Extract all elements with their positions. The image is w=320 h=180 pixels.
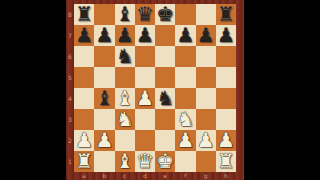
- square-a8: ♜: [74, 4, 94, 25]
- square-a3: [74, 109, 94, 130]
- square-e3: [155, 109, 175, 130]
- file-coordinates: abcdefgh: [74, 171, 236, 180]
- square-g4: [196, 88, 216, 109]
- square-d2: [135, 130, 155, 151]
- file-label-h: h: [216, 171, 236, 180]
- square-h5: [216, 67, 236, 88]
- rank-label-2: 2: [66, 130, 74, 151]
- square-d6: [135, 46, 155, 67]
- square-b2: ♟: [94, 130, 114, 151]
- square-c5: [115, 67, 135, 88]
- square-h8: ♜: [216, 4, 236, 25]
- square-c3: ♞: [115, 109, 135, 130]
- square-e6: [155, 46, 175, 67]
- square-b6: [94, 46, 114, 67]
- white-pawn-g2: ♟: [196, 130, 216, 151]
- black-rook-h8: ♜: [216, 4, 236, 25]
- black-bishop-b4: ♝: [94, 88, 114, 109]
- square-g3: [196, 109, 216, 130]
- black-pawn-d7: ♟: [135, 25, 155, 46]
- square-b7: ♟: [94, 25, 114, 46]
- black-pawn-b7: ♟: [94, 25, 114, 46]
- square-h3: [216, 109, 236, 130]
- square-g2: ♟: [196, 130, 216, 151]
- white-bishop-c4: ♝: [115, 88, 135, 109]
- file-label-f: f: [175, 171, 195, 180]
- square-f6: [175, 46, 195, 67]
- square-h7: ♟: [216, 25, 236, 46]
- white-pawn-h2: ♟: [216, 130, 236, 151]
- square-e7: [155, 25, 175, 46]
- square-d3: [135, 109, 155, 130]
- white-knight-c3: ♞: [115, 109, 135, 130]
- square-b8: [94, 4, 114, 25]
- square-b3: [94, 109, 114, 130]
- square-b1: [94, 151, 114, 172]
- square-b4: ♝: [94, 88, 114, 109]
- black-knight-c6: ♞: [115, 46, 135, 67]
- square-a1: ♜: [74, 151, 94, 172]
- square-c8: ♝: [115, 4, 135, 25]
- white-bishop-c1: ♝: [115, 151, 135, 172]
- square-d7: ♟: [135, 25, 155, 46]
- white-knight-f3: ♞: [175, 109, 195, 130]
- square-g5: [196, 67, 216, 88]
- square-h1: ♜: [216, 151, 236, 172]
- square-h4: [216, 88, 236, 109]
- rank-label-5: 5: [66, 67, 74, 88]
- square-f2: ♟: [175, 130, 195, 151]
- white-pawn-a2: ♟: [74, 130, 94, 151]
- square-a4: [74, 88, 94, 109]
- black-king-e8: ♚: [155, 4, 175, 25]
- black-pawn-h7: ♟: [216, 25, 236, 46]
- rank-label-6: 6: [66, 46, 74, 67]
- file-label-a: a: [74, 171, 94, 180]
- white-rook-h1: ♜: [216, 151, 236, 172]
- chess-board-frame: 87654321 ♜♝♛♚♜♟♟♟♟♟♟♟♞♝♝♟♞♞♞♟♟♟♟♟♜♝♛♚♜ a…: [66, 0, 244, 180]
- square-e1: ♚: [155, 151, 175, 172]
- chess-board: ♜♝♛♚♜♟♟♟♟♟♟♟♞♝♝♟♞♞♞♟♟♟♟♟♜♝♛♚♜: [74, 4, 236, 172]
- square-f7: ♟: [175, 25, 195, 46]
- rank-label-4: 4: [66, 88, 74, 109]
- file-label-e: e: [155, 171, 175, 180]
- square-a2: ♟: [74, 130, 94, 151]
- black-knight-e4: ♞: [155, 88, 175, 109]
- square-d5: [135, 67, 155, 88]
- black-pawn-c7: ♟: [115, 25, 135, 46]
- rank-label-1: 1: [66, 151, 74, 172]
- square-c4: ♝: [115, 88, 135, 109]
- white-queen-d1: ♛: [135, 151, 155, 172]
- white-pawn-b2: ♟: [94, 130, 114, 151]
- right-black-bar: [244, 0, 320, 180]
- square-a5: [74, 67, 94, 88]
- left-black-bar: [0, 0, 66, 180]
- black-queen-d8: ♛: [135, 4, 155, 25]
- square-d1: ♛: [135, 151, 155, 172]
- square-c6: ♞: [115, 46, 135, 67]
- square-g6: [196, 46, 216, 67]
- square-d8: ♛: [135, 4, 155, 25]
- file-label-c: c: [115, 171, 135, 180]
- black-bishop-c8: ♝: [115, 4, 135, 25]
- square-f1: [175, 151, 195, 172]
- square-e8: ♚: [155, 4, 175, 25]
- square-c1: ♝: [115, 151, 135, 172]
- square-a6: [74, 46, 94, 67]
- square-h2: ♟: [216, 130, 236, 151]
- square-f3: ♞: [175, 109, 195, 130]
- square-f4: [175, 88, 195, 109]
- square-h6: [216, 46, 236, 67]
- black-rook-a8: ♜: [74, 4, 94, 25]
- square-c7: ♟: [115, 25, 135, 46]
- rank-label-8: 8: [66, 4, 74, 25]
- square-f8: [175, 4, 195, 25]
- square-d4: ♟: [135, 88, 155, 109]
- square-e5: [155, 67, 175, 88]
- file-label-d: d: [135, 171, 155, 180]
- black-pawn-f7: ♟: [175, 25, 195, 46]
- square-f5: [175, 67, 195, 88]
- square-c2: [115, 130, 135, 151]
- file-label-b: b: [94, 171, 114, 180]
- square-g1: [196, 151, 216, 172]
- white-pawn-d4: ♟: [135, 88, 155, 109]
- white-rook-a1: ♜: [74, 151, 94, 172]
- rank-label-3: 3: [66, 109, 74, 130]
- screenshot-stage: 87654321 ♜♝♛♚♜♟♟♟♟♟♟♟♞♝♝♟♞♞♞♟♟♟♟♟♜♝♛♚♜ a…: [0, 0, 320, 180]
- rank-label-7: 7: [66, 25, 74, 46]
- square-a7: ♟: [74, 25, 94, 46]
- square-e2: [155, 130, 175, 151]
- square-b5: [94, 67, 114, 88]
- square-e4: ♞: [155, 88, 175, 109]
- white-king-e1: ♚: [155, 151, 175, 172]
- square-g8: [196, 4, 216, 25]
- white-pawn-f2: ♟: [175, 130, 195, 151]
- black-pawn-g7: ♟: [196, 25, 216, 46]
- rank-coordinates: 87654321: [66, 4, 74, 172]
- black-pawn-a7: ♟: [74, 25, 94, 46]
- square-g7: ♟: [196, 25, 216, 46]
- file-label-g: g: [196, 171, 216, 180]
